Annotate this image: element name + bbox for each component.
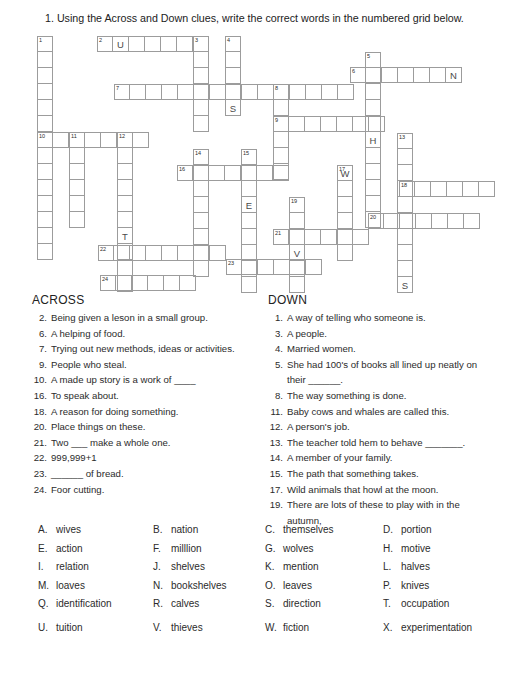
grid-cell[interactable]: 11	[69, 132, 85, 148]
grid-cell[interactable]	[193, 165, 209, 181]
grid-cell[interactable]: 12	[117, 132, 133, 148]
grid-cell[interactable]	[448, 213, 464, 229]
clue-text: Baby cows and whales are called this.	[287, 404, 449, 420]
clue-item: 14.A member of your family.	[268, 450, 514, 466]
clue-text: A person's job.	[287, 419, 350, 435]
grid-cell[interactable]	[193, 213, 209, 229]
clue-number: 22.	[32, 450, 47, 466]
grid-cell[interactable]	[53, 132, 69, 148]
word-bank-item: L.halves	[383, 558, 524, 577]
clue-text: A people.	[287, 326, 327, 342]
grid-cell[interactable]	[37, 84, 53, 100]
grid-cell[interactable]	[37, 52, 53, 68]
word-4-down: 4S	[225, 36, 241, 116]
grid-cell[interactable]	[321, 229, 337, 245]
grid-cell[interactable]	[164, 275, 180, 291]
word-bank-word: identification	[56, 595, 112, 614]
grid-cell[interactable]	[321, 116, 337, 132]
grid-cell[interactable]	[193, 229, 209, 245]
clue-text: A way of telling who someone is.	[287, 310, 426, 326]
grid-cell[interactable]	[225, 165, 241, 181]
word-bank-letter: G.	[265, 540, 283, 559]
grid-cell[interactable]	[337, 197, 353, 213]
grid-cell[interactable]	[430, 67, 446, 83]
clue-item: 21.Two ___ make a whole one.	[32, 435, 264, 451]
cell-letter: T	[118, 228, 132, 243]
grid-cell[interactable]	[414, 67, 430, 83]
grid-cell[interactable]	[479, 181, 495, 197]
grid-cell[interactable]	[114, 245, 130, 261]
clue-item: 15.The path that something takes.	[268, 466, 514, 482]
clue-number: 8.	[268, 388, 283, 404]
grid-cell[interactable]	[305, 116, 321, 132]
clue-text: 999,999+1	[51, 450, 97, 466]
grid-cell[interactable]	[69, 196, 85, 212]
clue-text: Trying out new methods, ideas or activit…	[51, 341, 235, 357]
grid-cell[interactable]	[69, 212, 85, 228]
word-bank-item: G.wolves	[265, 540, 383, 559]
cell-number: 10	[39, 133, 45, 140]
word-bank-item: H.motive	[383, 540, 524, 559]
grid-cell[interactable]	[193, 181, 209, 197]
grid-cell[interactable]	[258, 84, 274, 100]
grid-cell[interactable]	[290, 259, 306, 275]
grid-cell[interactable]	[290, 84, 306, 100]
grid-cell[interactable]	[289, 229, 305, 245]
cell-number: 9	[275, 117, 278, 124]
clue-item: 4.Married women.	[268, 341, 514, 357]
grid-cell[interactable]: T	[117, 228, 133, 244]
word-bank-item: B.nation	[153, 521, 265, 540]
word-bank-letter: H.	[383, 540, 401, 559]
grid-cell[interactable]	[117, 196, 133, 212]
grid-cell[interactable]	[306, 84, 322, 100]
grid-cell[interactable]	[397, 197, 413, 213]
grid-cell[interactable]: S	[225, 100, 241, 116]
grid-cell[interactable]	[384, 213, 400, 229]
grid-cell[interactable]	[148, 275, 164, 291]
clue-number: 1.	[268, 310, 283, 326]
grid-cell[interactable]	[117, 148, 133, 164]
word-bank-word: tuition	[56, 619, 83, 638]
grid-cell[interactable]: N	[446, 67, 462, 83]
cell-number: 18	[401, 182, 407, 189]
grid-cell[interactable]	[209, 165, 225, 181]
word-6-across: 6N	[350, 67, 462, 83]
grid-cell[interactable]	[69, 148, 85, 164]
clue-text: The path that something takes.	[287, 466, 419, 482]
cell-number: 16	[179, 166, 185, 173]
word-17-down: 17W	[337, 165, 353, 261]
word-bank-item: O.leaves	[265, 577, 383, 596]
grid-cell[interactable]	[365, 196, 381, 212]
cell-number: 3	[195, 37, 198, 44]
cell-number: 12	[119, 133, 125, 140]
clue-text: Being given a leson in a small group.	[51, 310, 208, 326]
grid-cell[interactable]	[397, 149, 413, 165]
cell-number: 11	[71, 133, 77, 140]
word-bank-letter: Q.	[38, 595, 56, 614]
grid-cell[interactable]	[400, 213, 416, 229]
grid-cell[interactable]	[193, 100, 209, 116]
clue-number: 18.	[32, 404, 47, 420]
grid-cell[interactable]	[241, 165, 257, 181]
grid-cell[interactable]	[241, 213, 257, 229]
grid-cell[interactable]: S	[397, 277, 413, 293]
word-bank-word: themselves	[283, 521, 334, 540]
cell-number: 20	[370, 214, 376, 221]
word-bank-item: X.experimentation	[383, 619, 524, 638]
word-bank-letter: R.	[153, 595, 171, 614]
grid-cell[interactable]	[117, 164, 133, 180]
grid-cell[interactable]	[117, 212, 133, 228]
word-9-across: 9	[273, 116, 385, 132]
clue-number: 6.	[32, 326, 47, 342]
word-1-down: 1	[37, 36, 53, 260]
grid-cell[interactable]	[130, 245, 146, 261]
grid-cell[interactable]	[162, 84, 178, 100]
clue-text: ______ of bread.	[51, 466, 124, 482]
word-bank-word: shelves	[171, 558, 205, 577]
grid-cell[interactable]	[193, 116, 209, 132]
clue-item: 16.To speak about.	[32, 388, 264, 404]
grid-cell[interactable]	[365, 180, 381, 196]
grid-cell[interactable]	[337, 213, 353, 229]
grid-cell[interactable]	[365, 148, 381, 164]
word-bank-letter: A.	[38, 521, 56, 540]
grid-cell[interactable]	[162, 245, 178, 261]
grid-cell[interactable]: 17W	[337, 165, 353, 181]
grid-cell[interactable]	[37, 196, 53, 212]
grid-cell[interactable]	[289, 116, 305, 132]
grid-cell[interactable]	[365, 84, 381, 100]
grid-cell[interactable]	[37, 244, 53, 260]
grid-cell[interactable]	[337, 245, 353, 261]
grid-cell[interactable]	[116, 275, 132, 291]
grid-cell[interactable]	[133, 132, 149, 148]
word-bank-item: D.portion	[383, 521, 524, 540]
clue-item: 24.Foor cutting.	[32, 482, 264, 498]
clue-item: 3.A people.	[268, 326, 514, 342]
word-bank-letter: K.	[265, 558, 283, 577]
word-bank-item: R.calves	[153, 595, 265, 614]
grid-cell[interactable]	[241, 277, 257, 293]
word-12-down: 12T	[117, 132, 133, 292]
grid-cell[interactable]	[146, 245, 162, 261]
cell-letter: H	[366, 132, 380, 147]
grid-cell[interactable]	[37, 116, 53, 132]
grid-cell[interactable]	[117, 260, 133, 276]
grid-cell[interactable]: 10	[37, 132, 53, 148]
grid-cell[interactable]: E	[241, 197, 257, 213]
word-bank-letter: U.	[38, 619, 56, 638]
grid-cell[interactable]	[117, 180, 133, 196]
grid-cell[interactable]	[37, 164, 53, 180]
grid-cell[interactable]	[37, 228, 53, 244]
grid-cell[interactable]	[85, 132, 101, 148]
grid-cell[interactable]: 6	[350, 67, 366, 83]
grid-cell[interactable]	[69, 164, 85, 180]
word-bank-item: Q.identification	[38, 595, 153, 614]
grid-cell[interactable]	[129, 36, 145, 52]
grid-cell[interactable]	[338, 84, 354, 100]
clue-number: 20.	[32, 419, 47, 435]
cell-number: 23	[228, 260, 234, 267]
word-bank: A.wivesB.nationC.themselvesD.portionE.ac…	[38, 521, 524, 638]
word-bank-item: J.shelves	[153, 558, 265, 577]
clue-item: 23.______ of bread.	[32, 466, 264, 482]
clue-item: 8.The way something is done.	[268, 388, 514, 404]
cell-number: 24	[102, 276, 108, 283]
clue-item: 9.People who steal.	[32, 357, 264, 373]
word-18-across: 18	[399, 181, 495, 197]
grid-cell[interactable]	[146, 84, 162, 100]
grid-cell[interactable]	[210, 245, 226, 261]
grid-cell[interactable]: 5	[365, 52, 381, 68]
grid-cell[interactable]	[37, 68, 53, 84]
grid-cell[interactable]	[273, 100, 289, 116]
cell-letter: V	[290, 245, 304, 260]
clue-number: 4.	[268, 341, 283, 357]
grid-cell[interactable]	[273, 148, 289, 164]
grid-cell[interactable]	[289, 213, 305, 229]
grid-cell[interactable]	[398, 67, 414, 83]
grid-cell[interactable]	[365, 100, 381, 116]
word-bank-letter: O.	[265, 577, 283, 596]
grid-cell[interactable]: 14	[193, 149, 209, 165]
grid-cell[interactable]	[37, 148, 53, 164]
grid-cell[interactable]: 23	[226, 259, 242, 275]
grid-cell[interactable]	[132, 275, 148, 291]
grid-cell[interactable]: 3	[193, 36, 209, 52]
word-bank-word: action	[56, 540, 83, 559]
grid-cell[interactable]	[274, 259, 290, 275]
grid-cell[interactable]	[464, 213, 480, 229]
clue-text: A reason for doing something.	[51, 404, 178, 420]
worksheet-page: { "game": "crossword", "title": "1. Usin…	[0, 0, 532, 689]
cell-number: 1	[39, 37, 42, 44]
cell-number: 2	[99, 37, 102, 44]
grid-cell[interactable]	[210, 84, 226, 100]
grid-cell[interactable]: 21	[273, 229, 289, 245]
grid-cell[interactable]: H	[365, 132, 381, 148]
grid-cell[interactable]	[145, 36, 161, 52]
word-bank-word: occupation	[401, 595, 449, 614]
word-19-down: 19V	[289, 197, 305, 293]
grid-cell[interactable]: 16	[177, 165, 193, 181]
word-bank-word: motive	[401, 540, 430, 559]
grid-cell[interactable]: 22	[98, 245, 114, 261]
grid-cell[interactable]	[397, 229, 413, 245]
grid-cell[interactable]	[178, 84, 194, 100]
grid-cell[interactable]	[193, 68, 209, 84]
cell-number: 5	[367, 53, 370, 60]
grid-cell[interactable]	[242, 84, 258, 100]
grid-cell[interactable]	[397, 261, 413, 277]
word-16-across: 16	[177, 165, 289, 181]
grid-cell[interactable]	[273, 132, 289, 148]
word-bank-letter: E.	[38, 540, 56, 559]
grid-cell[interactable]	[194, 84, 210, 100]
grid-cell[interactable]	[273, 165, 289, 181]
clue-item: 17.Wild animals that howl at the moon.	[268, 482, 514, 498]
word-bank-item: P.knives	[383, 577, 524, 596]
word-bank-letter: V.	[153, 619, 171, 638]
grid-cell[interactable]	[194, 245, 210, 261]
word-bank-item: F.milllion	[153, 540, 265, 559]
grid-cell[interactable]: 1	[37, 36, 53, 52]
word-bank-letter: S.	[265, 595, 283, 614]
cell-number: 14	[195, 150, 201, 157]
clue-item: 1.A way of telling who someone is.	[268, 310, 514, 326]
clue-number: 21.	[32, 435, 47, 451]
word-11-down: 11	[69, 132, 85, 228]
grid-cell[interactable]: 20	[368, 213, 384, 229]
grid-cell[interactable]	[337, 116, 353, 132]
grid-cell[interactable]: 15	[241, 149, 257, 165]
grid-cell[interactable]	[130, 84, 146, 100]
grid-cell[interactable]	[69, 180, 85, 196]
clue-number: 13.	[268, 435, 283, 451]
cell-letter: W	[338, 166, 352, 180]
word-bank-letter: B.	[153, 521, 171, 540]
clue-item: 7.Trying out new methods, ideas or activ…	[32, 341, 264, 357]
grid-cell[interactable]	[289, 277, 305, 293]
grid-cell[interactable]: 19	[289, 197, 305, 213]
word-bank-item: A.wives	[38, 521, 153, 540]
grid-cell[interactable]	[397, 165, 413, 181]
grid-cell[interactable]	[241, 229, 257, 245]
grid-cell[interactable]: 8	[273, 84, 289, 100]
grid-cell[interactable]	[226, 84, 242, 100]
grid-cell[interactable]	[241, 181, 257, 197]
grid-cell[interactable]	[432, 213, 448, 229]
grid-cell[interactable]: U	[113, 36, 129, 52]
crossword-board: 12U34S5H6N789101112T13S1415E1617W1819V20…	[0, 0, 532, 308]
grid-cell[interactable]	[37, 212, 53, 228]
grid-cell[interactable]	[416, 213, 432, 229]
clue-text: A helping of food.	[51, 326, 125, 342]
grid-cell[interactable]	[161, 36, 177, 52]
word-bank-word: mention	[283, 558, 319, 577]
clue-number: 2.	[32, 310, 47, 326]
grid-cell[interactable]	[382, 67, 398, 83]
word-bank-word: portion	[401, 521, 432, 540]
grid-cell[interactable]	[306, 259, 322, 275]
clue-text: Foor cutting.	[51, 482, 104, 498]
word-bank-word: thieves	[171, 619, 203, 638]
word-bank-item: W.fiction	[265, 619, 383, 638]
word-bank-word: nation	[171, 521, 198, 540]
grid-cell[interactable]	[447, 181, 463, 197]
word-bank-letter: C.	[265, 521, 283, 540]
word-bank-word: fiction	[283, 619, 309, 638]
grid-cell[interactable]	[193, 52, 209, 68]
word-bank-item: V.thieves	[153, 619, 265, 638]
word-bank-item: T.occupation	[383, 595, 524, 614]
word-bank-item: M.loaves	[38, 577, 153, 596]
grid-cell[interactable]	[305, 229, 321, 245]
grid-cell[interactable]	[101, 132, 117, 148]
grid-cell[interactable]	[353, 116, 369, 132]
word-7-across: 7	[114, 84, 354, 100]
grid-cell[interactable]	[365, 164, 381, 180]
cell-number: 8	[275, 85, 278, 92]
word-bank-word: bookshelves	[171, 577, 227, 596]
grid-cell[interactable]	[431, 181, 447, 197]
clue-text: She had 100's of books all lined up neat…	[287, 357, 493, 388]
word-bank-word: calves	[171, 595, 199, 614]
across-header: ACROSS	[32, 293, 264, 310]
grid-cell[interactable]	[225, 68, 241, 84]
clue-number: 9.	[32, 357, 47, 373]
clue-text: Place things on these.	[51, 419, 145, 435]
grid-cell[interactable]	[225, 52, 241, 68]
grid-cell[interactable]	[37, 100, 53, 116]
grid-cell[interactable]: 24	[100, 275, 116, 291]
grid-cell[interactable]	[257, 165, 273, 181]
grid-cell[interactable]	[178, 245, 194, 261]
cell-number: 22	[100, 246, 106, 253]
down-header: DOWN	[268, 293, 514, 310]
grid-cell[interactable]	[242, 259, 258, 275]
grid-cell[interactable]	[180, 275, 196, 291]
word-bank-item: K.mention	[265, 558, 383, 577]
grid-cell[interactable]	[397, 245, 413, 261]
cell-number: 6	[352, 68, 355, 75]
word-bank-word: halves	[401, 558, 430, 577]
clue-item: 2.Being given a leson in a small group.	[32, 310, 264, 326]
word-bank-letter: W.	[265, 619, 283, 638]
grid-cell[interactable]: 9	[273, 116, 289, 132]
word-bank-item: U.tuition	[38, 619, 153, 638]
grid-cell[interactable]: 2	[97, 36, 113, 52]
grid-cell[interactable]	[337, 229, 353, 245]
clue-item: 22.999,999+1	[32, 450, 264, 466]
clue-item: 13.The teacher told hem to behave ______…	[268, 435, 514, 451]
clue-item: 11.Baby cows and whales are called this.	[268, 404, 514, 420]
grid-cell[interactable]	[193, 197, 209, 213]
clue-number: 5.	[268, 357, 283, 388]
clue-number: 14.	[268, 450, 283, 466]
word-bank-item: N.bookshelves	[153, 577, 265, 596]
word-bank-word: wolves	[283, 540, 314, 559]
grid-cell[interactable]	[177, 36, 193, 52]
word-23-across: 23	[226, 259, 322, 275]
grid-cell[interactable]	[369, 116, 385, 132]
clue-number: 17.	[268, 482, 283, 498]
word-bank-letter: D.	[383, 521, 401, 540]
grid-cell[interactable]: 13	[397, 133, 413, 149]
grid-cell[interactable]	[415, 181, 431, 197]
grid-cell[interactable]	[353, 229, 369, 245]
grid-cell[interactable]: 18	[399, 181, 415, 197]
clue-item: 12.A person's job.	[268, 419, 514, 435]
grid-cell[interactable]	[37, 180, 53, 196]
grid-cell[interactable]	[258, 259, 274, 275]
cell-letter: S	[226, 100, 240, 115]
cell-number: 21	[275, 230, 281, 237]
word-bank-letter: M.	[38, 577, 56, 596]
clue-item: 6.A helping of food.	[32, 326, 264, 342]
grid-cell[interactable]: 4	[225, 36, 241, 52]
grid-cell[interactable]: 7	[114, 84, 130, 100]
cell-letter: U	[113, 37, 128, 51]
grid-cell[interactable]	[337, 181, 353, 197]
grid-cell[interactable]	[366, 67, 382, 83]
grid-cell[interactable]	[322, 84, 338, 100]
grid-cell[interactable]	[463, 181, 479, 197]
